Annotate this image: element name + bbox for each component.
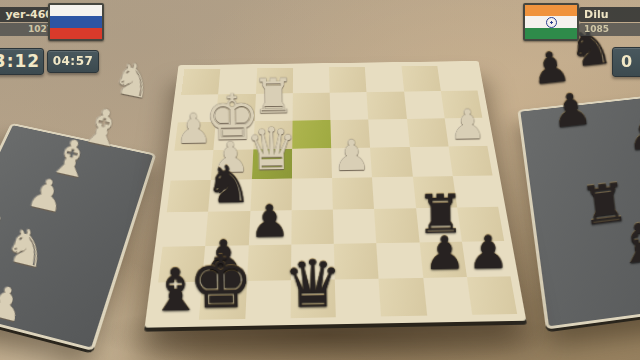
ashoka-chakra-icon [546,17,557,28]
piece-black-king-g8[interactable]: ♚ [188,246,254,319]
square-d2[interactable] [330,92,369,119]
russia-flag-icon [48,3,104,41]
square-e3[interactable] [292,120,331,149]
square-g8[interactable]: ♚ [199,281,246,320]
square-c8[interactable] [379,278,427,317]
square-c2[interactable] [367,92,407,119]
square-a1[interactable] [437,65,477,91]
player-right-rating: 1085 [579,23,640,36]
square-d5[interactable] [332,177,374,209]
piece-black-knight-g5[interactable]: ♞ [205,159,252,211]
square-b8[interactable] [423,277,472,316]
game-stage: yer-460 1027 3:12 04:57 Dilu 1085 0 ♜♟♚♟… [0,0,640,360]
chess-board-frame: ♜♟♚♟♟♛♟♞♟♜♟♟♟♝♚♛ [145,61,527,328]
india-flag-icon [523,3,579,41]
square-f6[interactable]: ♟ [248,210,291,244]
square-g5[interactable]: ♞ [208,179,251,212]
piece-white-pawn-a3[interactable]: ♟ [449,104,486,145]
square-b2[interactable] [404,91,445,118]
square-e5[interactable] [291,178,332,210]
square-c5[interactable] [372,177,415,209]
square-b7[interactable]: ♟ [419,241,467,277]
square-d6[interactable] [333,209,377,243]
piece-white-pawn-d4[interactable]: ♟ [333,135,371,178]
square-d1[interactable] [329,67,367,93]
captured-black-tray: ♟♟♞♜♝♟♟ [517,94,640,330]
square-c6[interactable] [374,208,419,242]
square-e2[interactable] [292,93,330,120]
square-e6[interactable] [291,210,334,244]
piece-black-pawn-f6[interactable]: ♟ [249,199,290,244]
square-c3[interactable] [368,119,409,148]
piece-black-pawn-b7[interactable]: ♟ [423,230,465,276]
square-a3[interactable]: ♟ [444,117,487,146]
square-a7[interactable]: ♟ [462,241,511,277]
square-c4[interactable] [370,147,412,178]
piece-black-queen-e8[interactable]: ♛ [283,251,343,317]
piece-black-pawn-a7[interactable]: ♟ [467,229,509,275]
clock-left-main: 3:12 [0,48,44,75]
clock-left-secondary: 04:57 [47,50,99,73]
square-c7[interactable] [376,242,422,278]
square-f4[interactable]: ♛ [251,149,292,180]
square-e1[interactable] [293,67,330,93]
piece-white-queen-f4[interactable]: ♛ [245,120,298,179]
player-right-name: Dilu [579,7,640,22]
square-c1[interactable] [365,66,404,92]
square-a8[interactable] [467,276,518,315]
square-d4[interactable]: ♟ [331,147,372,178]
square-e8[interactable]: ♛ [290,279,335,318]
square-a4[interactable] [448,146,492,176]
chess-board[interactable]: ♜♟♚♟♟♛♟♞♟♜♟♟♟♝♚♛ [153,65,517,320]
square-b4[interactable] [409,146,452,177]
square-b1[interactable] [401,66,441,92]
square-b3[interactable] [406,118,448,147]
clock-right: 0 [612,47,640,77]
